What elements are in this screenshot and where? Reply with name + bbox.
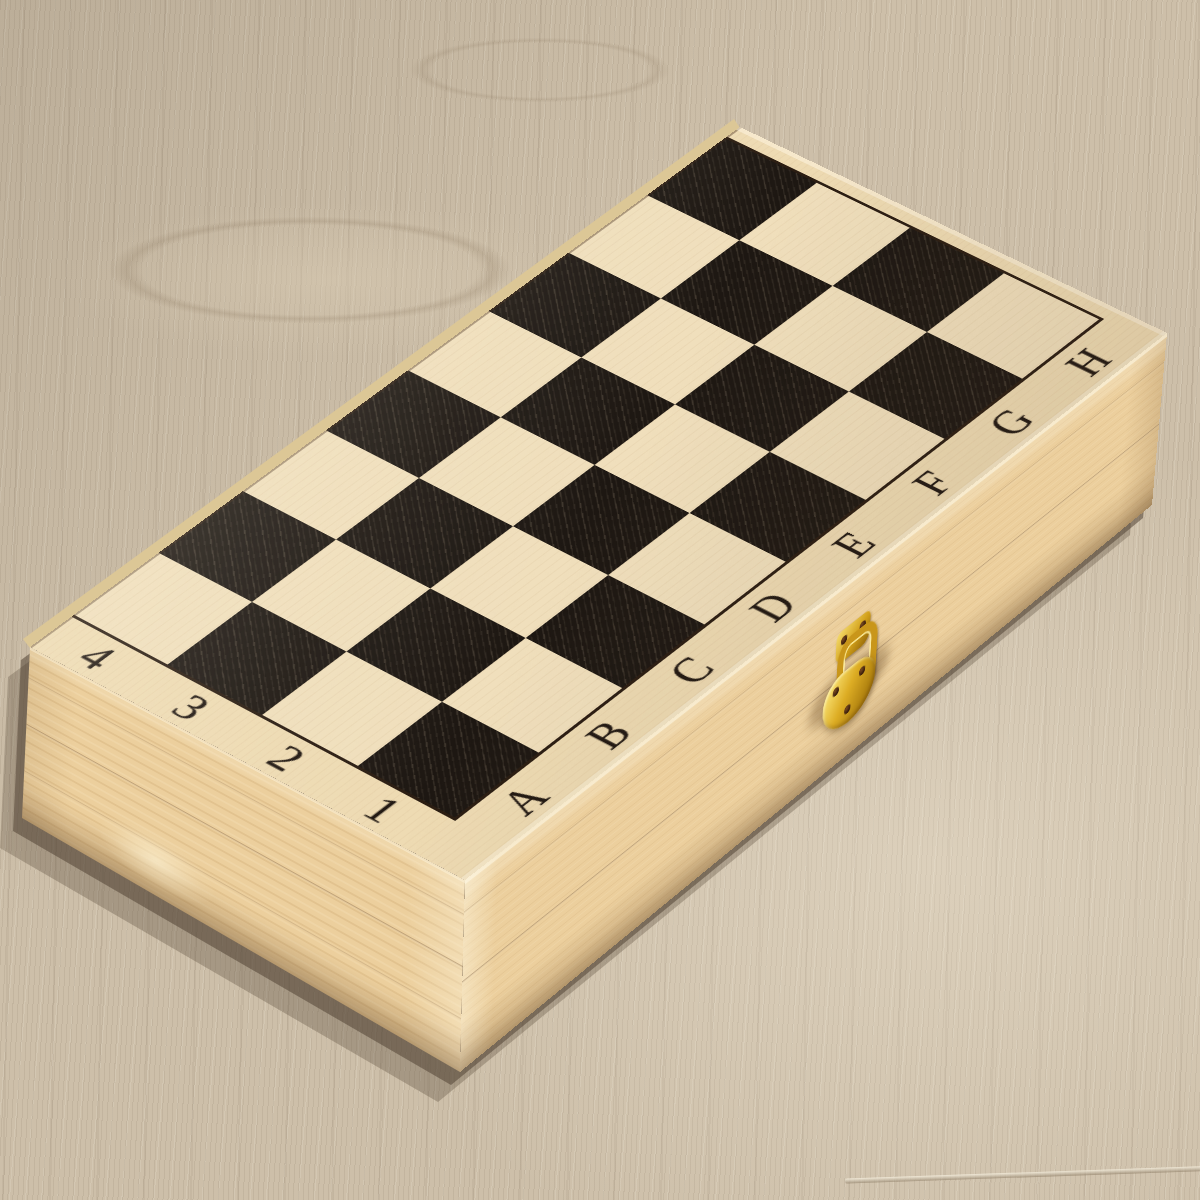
rank-label-text: 2 [256, 737, 317, 779]
screw [859, 664, 866, 677]
table-plank-seam [845, 1165, 1200, 1183]
screw [844, 703, 851, 716]
rank-label-text: 3 [161, 687, 222, 728]
rank-label-text: 4 [66, 637, 127, 678]
rank-label-text: 1 [352, 788, 413, 830]
screw [832, 685, 839, 698]
table-surface: ABCDEFGH 4321 [0, 0, 1200, 1200]
